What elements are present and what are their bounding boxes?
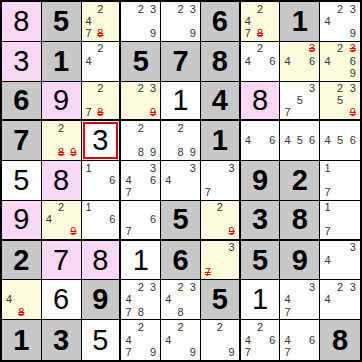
cell-r3c9[interactable]: 2359 — [320, 82, 360, 122]
empty-mark — [83, 174, 95, 186]
cell-r8c3[interactable]: 9 — [82, 280, 122, 320]
empty-mark — [334, 174, 347, 186]
empty-mark — [226, 202, 238, 214]
candidate-8: 8 — [135, 147, 147, 159]
cell-r2c3[interactable]: 24 — [82, 42, 122, 82]
candidate-8: 8 — [174, 147, 186, 159]
empty-mark — [83, 83, 95, 95]
candidate-3: 3 — [226, 162, 238, 174]
cell-r1c6[interactable]: 6 — [201, 2, 241, 42]
eliminated-candidate-7: 7 — [202, 266, 214, 278]
candidate-3: 3 — [187, 162, 199, 174]
empty-mark — [147, 202, 159, 214]
empty-mark — [321, 28, 334, 40]
candidate-3: 3 — [306, 83, 318, 95]
cell-r7c1[interactable]: 2 — [2, 241, 42, 281]
candidate-4: 4 — [281, 294, 293, 306]
empty-mark — [106, 67, 118, 79]
candidate-4: 4 — [83, 15, 95, 27]
empty-mark — [254, 147, 266, 159]
candidate-2: 2 — [135, 83, 147, 95]
empty-mark — [15, 281, 27, 293]
candidate-8: 8 — [135, 306, 147, 318]
empty-mark — [187, 334, 199, 347]
candidate-3: 3 — [187, 281, 199, 293]
pencil-marks: 234 — [321, 281, 359, 318]
eliminated-candidate-9: 9 — [67, 226, 79, 238]
cell-r7c3[interactable]: 8 — [82, 241, 122, 281]
candidate-2: 2 — [55, 202, 67, 214]
candidate-2: 2 — [135, 321, 147, 334]
empty-mark — [43, 147, 55, 159]
empty-mark — [214, 214, 226, 226]
empty-mark — [242, 3, 254, 15]
empty-mark — [202, 202, 214, 214]
solved-digit: 8 — [92, 246, 108, 275]
empty-mark — [226, 334, 238, 347]
pencil-marks: 289 — [162, 122, 199, 159]
cell-r5c7[interactable]: 9 — [241, 161, 281, 201]
empty-mark — [266, 67, 278, 79]
empty-mark — [122, 147, 134, 159]
empty-mark — [334, 122, 347, 134]
empty-mark — [226, 187, 238, 199]
eliminated-candidate-8: 8 — [55, 147, 67, 159]
empty-mark — [214, 174, 226, 186]
cell-r4c7[interactable]: 46 — [241, 121, 281, 161]
cell-r7c9[interactable]: 34 — [320, 241, 360, 281]
empty-mark — [187, 174, 199, 186]
empty-mark — [294, 306, 306, 318]
cell-r5c1[interactable]: 5 — [2, 161, 42, 201]
solved-digit: 9 — [53, 86, 69, 115]
empty-mark — [281, 43, 293, 55]
empty-mark — [187, 187, 199, 199]
cell-r4c3[interactable]: 3 — [82, 121, 122, 161]
empty-mark — [202, 321, 214, 334]
candidate-2: 2 — [94, 43, 106, 55]
pencil-marks: 29 — [202, 202, 238, 238]
empty-mark — [147, 294, 159, 306]
cell-r6c8[interactable]: 8 — [280, 201, 320, 241]
cell-r3c6[interactable]: 4 — [201, 82, 241, 122]
empty-mark — [174, 334, 186, 347]
cell-r9c4[interactable]: 2479 — [121, 320, 161, 360]
empty-mark — [135, 214, 147, 226]
given-digit: 8 — [292, 205, 308, 234]
pencil-marks: 34 — [162, 162, 199, 199]
pencil-marks: 23478 — [122, 281, 159, 318]
empty-mark — [226, 266, 238, 278]
cell-r7c8[interactable]: 9 — [280, 241, 320, 281]
empty-mark — [214, 334, 226, 347]
empty-mark — [294, 294, 306, 306]
candidate-2: 2 — [174, 281, 186, 293]
empty-mark — [94, 174, 106, 186]
eliminated-candidate-8: 8 — [94, 106, 106, 118]
cell-r7c6[interactable]: 37 — [201, 241, 241, 281]
cell-r3c7[interactable]: 8 — [241, 82, 281, 122]
cell-r5c5[interactable]: 34 — [161, 161, 201, 201]
pencil-marks: 16 — [83, 202, 119, 238]
empty-mark — [202, 346, 214, 359]
empty-mark — [294, 147, 306, 159]
cell-r4c5[interactable]: 289 — [161, 121, 201, 161]
candidate-6: 6 — [106, 214, 118, 226]
empty-mark — [214, 254, 226, 266]
empty-mark — [266, 3, 278, 15]
solved-digit: 8 — [252, 86, 268, 115]
cell-r1c7[interactable]: 2478 — [241, 2, 281, 42]
cell-r9c3[interactable]: 5 — [82, 320, 122, 360]
eliminated-candidate-3: 3 — [346, 43, 359, 55]
pencil-marks: 239 — [122, 83, 159, 119]
empty-mark — [294, 346, 306, 359]
given-digit: 5 — [172, 205, 188, 234]
cell-r9c7[interactable]: 2467 — [241, 320, 281, 360]
candidate-2: 2 — [334, 281, 347, 293]
empty-mark — [334, 55, 347, 67]
given-digit: 7 — [13, 126, 29, 155]
cell-r1c3[interactable]: 2478 — [82, 2, 122, 42]
cell-r7c2[interactable]: 7 — [42, 241, 82, 281]
empty-mark — [174, 174, 186, 186]
pencil-marks: 2349 — [321, 3, 359, 40]
empty-mark — [147, 122, 159, 134]
cell-r4c6[interactable]: 1 — [201, 121, 241, 161]
cell-r5c9[interactable]: 17 — [320, 161, 360, 201]
empty-mark — [106, 202, 118, 214]
candidate-4: 4 — [321, 15, 334, 27]
candidate-9: 9 — [147, 28, 159, 40]
candidate-2: 2 — [135, 122, 147, 134]
candidate-7: 7 — [242, 28, 254, 40]
cell-r2c2[interactable]: 1 — [42, 42, 82, 82]
empty-mark — [94, 187, 106, 199]
empty-mark — [214, 226, 226, 238]
cell-r8c8[interactable]: 347 — [280, 280, 320, 320]
pencil-marks: 246 — [242, 43, 279, 80]
cell-r6c1[interactable]: 9 — [2, 201, 42, 241]
empty-mark — [281, 94, 293, 106]
empty-mark — [106, 162, 118, 174]
cell-r8c9[interactable]: 234 — [320, 280, 360, 320]
empty-mark — [266, 346, 278, 359]
empty-mark — [334, 162, 347, 174]
cell-r2c5[interactable]: 7 — [161, 42, 201, 82]
empty-mark — [306, 106, 318, 118]
candidate-4: 4 — [242, 15, 254, 27]
pencil-marks: 239 — [122, 3, 159, 40]
empty-mark — [147, 15, 159, 27]
solved-digit: 5 — [92, 326, 108, 355]
pencil-marks: 17 — [321, 202, 359, 238]
empty-mark — [187, 306, 199, 318]
candidate-8: 8 — [174, 306, 186, 318]
cell-r7c5[interactable]: 6 — [161, 241, 201, 281]
empty-mark — [94, 15, 106, 27]
empty-mark — [281, 147, 293, 159]
pencil-marks: 29 — [202, 321, 238, 359]
cell-r3c4[interactable]: 239 — [121, 82, 161, 122]
candidate-7: 7 — [202, 187, 214, 199]
candidate-4: 4 — [242, 135, 254, 147]
cell-r8c1[interactable]: 48 — [2, 280, 42, 320]
cell-r2c4[interactable]: 5 — [121, 42, 161, 82]
cell-r9c5[interactable]: 249 — [161, 320, 201, 360]
empty-mark — [106, 15, 118, 27]
candidate-3: 3 — [147, 83, 159, 95]
empty-mark — [94, 55, 106, 67]
pencil-marks: 2478 — [242, 3, 279, 40]
empty-mark — [346, 214, 359, 226]
solved-digit: 9 — [13, 205, 29, 234]
empty-mark — [254, 334, 266, 347]
empty-mark — [334, 266, 347, 278]
cell-r2c1[interactable]: 3 — [2, 42, 42, 82]
candidate-9: 9 — [346, 28, 359, 40]
candidate-4: 4 — [321, 254, 334, 266]
empty-mark — [174, 15, 186, 27]
empty-mark — [187, 135, 199, 147]
empty-mark — [214, 162, 226, 174]
eliminated-candidate-8: 8 — [254, 28, 266, 40]
cell-r1c9[interactable]: 2349 — [320, 2, 360, 42]
given-digit: 7 — [172, 47, 188, 76]
cell-r1c4[interactable]: 239 — [121, 2, 161, 42]
cell-r2c9[interactable]: 23469 — [320, 42, 360, 82]
empty-mark — [254, 135, 266, 147]
cell-r9c1[interactable]: 1 — [2, 320, 42, 360]
pencil-marks: 17 — [321, 162, 359, 199]
cell-r6c4[interactable]: 67 — [121, 201, 161, 241]
cell-r8c7[interactable]: 1 — [241, 280, 281, 320]
cell-r4c2[interactable]: 289 — [42, 121, 82, 161]
candidate-3: 3 — [346, 281, 359, 293]
cell-r3c8[interactable]: 357 — [280, 82, 320, 122]
cell-r3c5[interactable]: 1 — [161, 82, 201, 122]
cell-r6c2[interactable]: 249 — [42, 201, 82, 241]
empty-mark — [3, 306, 15, 318]
eliminated-candidate-9: 9 — [346, 106, 359, 118]
empty-mark — [321, 281, 334, 293]
eliminated-candidate-9: 9 — [67, 147, 79, 159]
empty-mark — [135, 187, 147, 199]
empty-mark — [306, 306, 318, 318]
candidate-6: 6 — [266, 135, 278, 147]
candidate-2: 2 — [135, 281, 147, 293]
empty-mark — [321, 306, 334, 318]
cell-r4c1[interactable]: 7 — [2, 121, 42, 161]
empty-mark — [55, 214, 67, 226]
empty-mark — [147, 226, 159, 238]
empty-mark — [321, 214, 334, 226]
empty-mark — [294, 106, 306, 118]
cell-r6c6[interactable]: 29 — [201, 201, 241, 241]
empty-mark — [214, 242, 226, 254]
empty-mark — [294, 43, 306, 55]
given-digit: 5 — [212, 285, 228, 314]
cell-r4c9[interactable]: 456 — [320, 121, 360, 161]
pencil-marks: 289 — [43, 122, 80, 159]
empty-mark — [187, 122, 199, 134]
cell-r4c8[interactable]: 456 — [280, 121, 320, 161]
empty-mark — [83, 226, 95, 238]
cell-r5c2[interactable]: 8 — [42, 161, 82, 201]
pencil-marks: 2359 — [321, 83, 359, 119]
pencil-marks: 23469 — [321, 43, 359, 80]
empty-mark — [122, 202, 134, 214]
pencil-marks: 34 — [321, 242, 359, 279]
candidate-4: 4 — [281, 55, 293, 67]
candidate-7: 7 — [281, 346, 293, 359]
empty-mark — [94, 67, 106, 79]
pencil-marks: 2348 — [162, 281, 199, 318]
empty-mark — [321, 83, 334, 95]
pencil-marks: 2479 — [122, 321, 159, 359]
given-digit: 5 — [133, 47, 149, 76]
empty-mark — [106, 28, 118, 40]
candidate-4: 4 — [162, 294, 174, 306]
empty-mark — [266, 122, 278, 134]
cell-r5c8[interactable]: 2 — [280, 161, 320, 201]
cell-r5c3[interactable]: 16 — [82, 161, 122, 201]
cell-r3c3[interactable]: 278 — [82, 82, 122, 122]
empty-mark — [334, 242, 347, 254]
pencil-marks: 2467 — [242, 321, 279, 359]
empty-mark — [135, 174, 147, 186]
candidate-2: 2 — [135, 3, 147, 15]
candidate-1: 1 — [321, 162, 334, 174]
empty-mark — [162, 306, 174, 318]
candidate-4: 4 — [3, 294, 15, 306]
candidate-2: 2 — [254, 3, 266, 15]
empty-mark — [306, 294, 318, 306]
given-digit: 2 — [292, 166, 308, 195]
candidate-2: 2 — [94, 83, 106, 95]
cell-r9c9[interactable]: 8 — [320, 320, 360, 360]
cell-r7c7[interactable]: 5 — [241, 241, 281, 281]
cell-r2c6[interactable]: 8 — [201, 42, 241, 82]
candidate-2: 2 — [94, 3, 106, 15]
empty-mark — [122, 106, 134, 118]
candidate-6: 6 — [147, 214, 159, 226]
empty-mark — [242, 122, 254, 134]
cell-r4c4[interactable]: 289 — [121, 121, 161, 161]
cell-r8c6[interactable]: 5 — [201, 280, 241, 320]
cell-r6c7[interactable]: 3 — [241, 201, 281, 241]
empty-mark — [334, 214, 347, 226]
candidate-7: 7 — [281, 306, 293, 318]
candidate-9: 9 — [147, 147, 159, 159]
empty-mark — [214, 266, 226, 278]
cell-r9c8[interactable]: 467 — [280, 320, 320, 360]
empty-mark — [106, 55, 118, 67]
empty-mark — [321, 147, 334, 159]
solved-digit: 3 — [92, 126, 108, 155]
candidate-2: 2 — [174, 3, 186, 15]
empty-mark — [334, 106, 347, 118]
candidate-4: 4 — [281, 135, 293, 147]
given-digit: 3 — [252, 205, 268, 234]
pencil-marks: 467 — [281, 321, 318, 359]
cell-r2c8[interactable]: 346 — [280, 42, 320, 82]
empty-mark — [187, 15, 199, 27]
empty-mark — [94, 214, 106, 226]
empty-mark — [254, 67, 266, 79]
cell-r8c2[interactable]: 6 — [42, 280, 82, 320]
cell-r1c1[interactable]: 8 — [2, 2, 42, 42]
empty-mark — [294, 281, 306, 293]
cell-r1c5[interactable]: 239 — [161, 2, 201, 42]
empty-mark — [135, 94, 147, 106]
cell-r8c4[interactable]: 23478 — [121, 280, 161, 320]
cell-r2c7[interactable]: 246 — [241, 42, 281, 82]
cell-r3c1[interactable]: 6 — [2, 82, 42, 122]
candidate-3: 3 — [147, 3, 159, 15]
cell-r9c6[interactable]: 29 — [201, 320, 241, 360]
candidate-9: 9 — [187, 147, 199, 159]
cell-r7c4[interactable]: 1 — [121, 241, 161, 281]
candidate-9: 9 — [187, 346, 199, 359]
empty-mark — [306, 147, 318, 159]
cell-r1c8[interactable]: 1 — [280, 2, 320, 42]
cell-r5c6[interactable]: 37 — [201, 161, 241, 201]
candidate-2: 2 — [55, 122, 67, 134]
eliminated-candidate-9: 9 — [226, 226, 238, 238]
empty-mark — [321, 122, 334, 134]
empty-mark — [28, 294, 40, 306]
cell-r6c3[interactable]: 16 — [82, 201, 122, 241]
cell-r8c5[interactable]: 2348 — [161, 280, 201, 320]
candidate-2: 2 — [254, 321, 266, 334]
empty-mark — [281, 321, 293, 334]
empty-mark — [122, 162, 134, 174]
candidate-3: 3 — [346, 3, 359, 15]
empty-mark — [266, 15, 278, 27]
empty-mark — [122, 15, 134, 27]
empty-mark — [346, 174, 359, 186]
empty-mark — [266, 43, 278, 55]
given-digit: 2 — [13, 246, 29, 275]
cell-r5c4[interactable]: 3467 — [121, 161, 161, 201]
candidate-9: 9 — [147, 346, 159, 359]
candidate-1: 1 — [83, 162, 95, 174]
cell-r9c2[interactable]: 3 — [42, 320, 82, 360]
empty-mark — [83, 3, 95, 15]
candidate-7: 7 — [83, 106, 95, 118]
candidate-3: 3 — [226, 242, 238, 254]
given-digit: 1 — [212, 126, 228, 155]
empty-mark — [281, 67, 293, 79]
pencil-marks: 456 — [281, 122, 318, 159]
empty-mark — [294, 122, 306, 134]
empty-mark — [294, 67, 306, 79]
empty-mark — [174, 162, 186, 174]
cell-r6c5[interactable]: 5 — [161, 201, 201, 241]
empty-mark — [55, 135, 67, 147]
cell-r3c2[interactable]: 9 — [42, 82, 82, 122]
empty-mark — [94, 162, 106, 174]
cell-r1c2[interactable]: 5 — [42, 2, 82, 42]
cell-r6c9[interactable]: 17 — [320, 201, 360, 241]
empty-mark — [162, 281, 174, 293]
candidate-2: 2 — [334, 3, 347, 15]
empty-mark — [67, 202, 79, 214]
candidate-3: 3 — [306, 281, 318, 293]
empty-mark — [334, 294, 347, 306]
empty-mark — [162, 187, 174, 199]
